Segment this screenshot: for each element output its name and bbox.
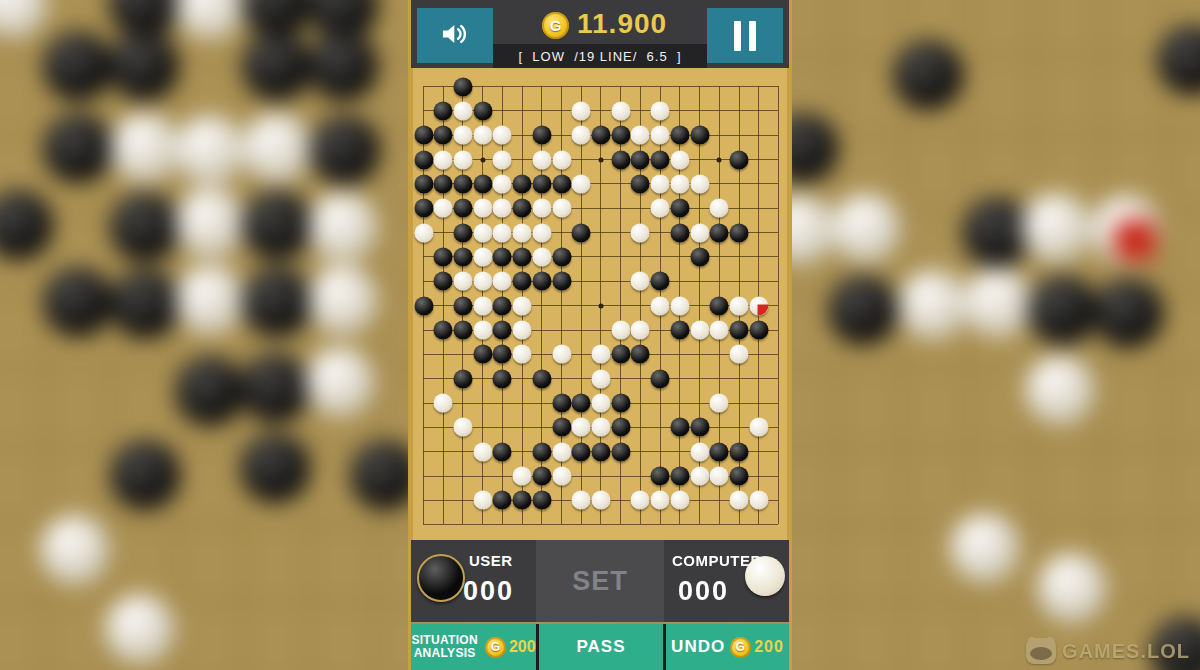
user-score-section: USER 000: [411, 540, 536, 622]
white-stone: [493, 126, 512, 145]
black-stone: [552, 272, 571, 291]
white-stone: [670, 150, 689, 169]
white-stone: [453, 272, 472, 291]
black-stone: [532, 491, 551, 510]
black-stone: [572, 442, 591, 461]
black-stone: [730, 442, 749, 461]
white-stone: [473, 272, 492, 291]
white-stone: [591, 369, 610, 388]
white-stone: [493, 223, 512, 242]
white-stone: [591, 394, 610, 413]
black-stone: [453, 247, 472, 266]
background-black-stone: [242, 31, 312, 101]
white-stone: [552, 150, 571, 169]
black-stone: [651, 467, 670, 486]
grid-line-horizontal: [423, 524, 778, 525]
background-black-stone: [110, 440, 180, 510]
white-stone: [552, 442, 571, 461]
white-stone: [532, 223, 551, 242]
black-stone: [493, 296, 512, 315]
black-stone: [611, 394, 630, 413]
white-stone: [670, 491, 689, 510]
black-stone: [473, 101, 492, 120]
computer-score-section: COMPUTER 000: [664, 540, 789, 622]
black-stone: [493, 345, 512, 364]
black-stone: [414, 126, 433, 145]
background-black-stone: [242, 190, 312, 260]
coin-amount: 11.900: [577, 8, 707, 40]
black-stone: [473, 345, 492, 364]
undo-label: UNDO: [671, 637, 725, 657]
speaker-icon: [438, 17, 472, 55]
set-label: SET: [572, 566, 628, 597]
black-stone: [453, 296, 472, 315]
black-stone: [710, 442, 729, 461]
white-stone: [473, 491, 492, 510]
background-white-stone: [40, 515, 110, 585]
coin-icon: G: [485, 637, 506, 658]
star-point: [598, 157, 603, 162]
black-stone: [670, 418, 689, 437]
star-point: [717, 157, 722, 162]
white-stone: [434, 394, 453, 413]
white-stone: [552, 467, 571, 486]
black-stone: [513, 272, 532, 291]
white-stone: [591, 345, 610, 364]
black-stone: [493, 247, 512, 266]
black-stone: [591, 442, 610, 461]
white-stone: [473, 442, 492, 461]
black-stone: [552, 418, 571, 437]
black-stone: [710, 223, 729, 242]
game-settings-line: [ LOW /19 LINE/ 6.5 ]: [493, 44, 707, 68]
white-stone: [710, 321, 729, 340]
black-stone: [434, 247, 453, 266]
black-stone: [453, 174, 472, 193]
screen: G 11.900 [ LOW /19 LINE/ 6.5 ] USER 000 …: [0, 0, 1200, 670]
background-black-stone: [1093, 278, 1163, 348]
background-black-stone: [110, 192, 180, 262]
background-red-marker: [1115, 220, 1155, 260]
black-stone: [631, 345, 650, 364]
white-stone: [631, 223, 650, 242]
white-stone: [690, 174, 709, 193]
games-lol-text: GAMES.LOL: [1062, 640, 1190, 663]
black-stone: [690, 418, 709, 437]
white-stone: [532, 247, 551, 266]
black-stone: [631, 174, 650, 193]
white-stone: [690, 321, 709, 340]
white-stone: [631, 321, 650, 340]
right-gold-strip: [789, 0, 792, 670]
white-stone: [651, 174, 670, 193]
background-black-stone: [1028, 275, 1098, 345]
black-stone: [434, 101, 453, 120]
white-stone: [434, 199, 453, 218]
black-stone: [611, 150, 630, 169]
background-black-stone: [308, 31, 378, 101]
white-stone: [730, 491, 749, 510]
white-stone: [453, 101, 472, 120]
white-stone: [670, 296, 689, 315]
white-stone: [591, 418, 610, 437]
background-white-stone: [242, 113, 312, 183]
background-white-stone: [1025, 355, 1095, 425]
white-stone: [493, 174, 512, 193]
black-stone: [730, 321, 749, 340]
background-black-stone: [893, 40, 963, 110]
black-stone: [532, 272, 551, 291]
background-white-stone: [963, 268, 1033, 338]
background-white-stone: [175, 188, 245, 258]
black-stone: [552, 247, 571, 266]
black-stone: [434, 321, 453, 340]
black-stone: [670, 199, 689, 218]
black-stone: [513, 491, 532, 510]
coin-icon: G: [542, 12, 569, 39]
black-stone: [532, 126, 551, 145]
background-black-stone: [43, 31, 113, 101]
background-white-stone: [950, 513, 1020, 583]
white-stone: [473, 199, 492, 218]
white-stone: [552, 199, 571, 218]
white-stone: [513, 321, 532, 340]
background-black-stone: [109, 31, 179, 101]
computer-score: 000: [678, 576, 729, 607]
white-stone: [651, 491, 670, 510]
white-stone: [651, 296, 670, 315]
background-white-stone: [110, 113, 180, 183]
black-stone: [493, 321, 512, 340]
white-stone: [453, 126, 472, 145]
white-stone: [730, 296, 749, 315]
white-stone: [591, 491, 610, 510]
black-stone: [591, 126, 610, 145]
white-stone: [513, 467, 532, 486]
star-point: [598, 303, 603, 308]
black-stone: [493, 369, 512, 388]
black-stone: [513, 199, 532, 218]
white-stone: [611, 101, 630, 120]
background-white-stone: [308, 192, 378, 262]
white-stone: [513, 296, 532, 315]
games-lol-watermark: GAMES.LOL: [1026, 638, 1190, 664]
background-white-stone: [1021, 193, 1091, 263]
white-stone: [493, 199, 512, 218]
white-stone: [453, 150, 472, 169]
black-stone: [552, 394, 571, 413]
white-stone: [611, 321, 630, 340]
background-black-stone: [828, 275, 898, 345]
black-stone: [670, 223, 689, 242]
white-stone: [710, 394, 729, 413]
black-stone: [532, 174, 551, 193]
white-stone: [572, 174, 591, 193]
undo-cost: 200: [754, 638, 784, 656]
white-stone: [572, 418, 591, 437]
situation-analysis-cost: 200: [509, 638, 536, 656]
white-stone: [651, 199, 670, 218]
pass-button[interactable]: PASS: [539, 624, 663, 670]
black-stone: [532, 442, 551, 461]
black-stone: [453, 77, 472, 96]
black-stone: [670, 467, 689, 486]
background-black-stone: [242, 267, 312, 337]
white-stone: [473, 247, 492, 266]
black-stone: [434, 174, 453, 193]
white-stone: [572, 101, 591, 120]
black-stone: [611, 442, 630, 461]
white-stone: [532, 199, 551, 218]
black-stone: [670, 321, 689, 340]
white-stone: [749, 491, 768, 510]
situation-analysis-button[interactable]: SITUATION ANALYSIS G 200: [411, 624, 536, 670]
white-stone: [572, 491, 591, 510]
black-stone: [710, 296, 729, 315]
sound-button[interactable]: [417, 8, 493, 63]
black-stone: [513, 174, 532, 193]
black-stone: [611, 345, 630, 364]
white-stone: [572, 126, 591, 145]
white-stone: [690, 223, 709, 242]
white-stone: [631, 491, 650, 510]
black-stone: [690, 126, 709, 145]
black-stone: [453, 369, 472, 388]
black-stone: [690, 247, 709, 266]
pause-icon: [734, 21, 756, 51]
white-stone: [710, 199, 729, 218]
black-stone: [513, 247, 532, 266]
white-stone: [473, 321, 492, 340]
background-white-stone: [308, 265, 378, 335]
black-stone: [434, 272, 453, 291]
user-label: USER: [469, 552, 513, 569]
coin-icon: G: [730, 637, 751, 658]
black-stone: [493, 442, 512, 461]
computer-white-stone-icon: [745, 556, 785, 596]
black-stone: [532, 369, 551, 388]
undo-button[interactable]: UNDO G 200: [666, 624, 789, 670]
black-stone: [611, 126, 630, 145]
white-stone: [749, 296, 768, 315]
black-stone: [434, 126, 453, 145]
black-stone: [572, 223, 591, 242]
white-stone: [493, 272, 512, 291]
background-white-stone: [305, 347, 375, 417]
background-black-stone: [110, 269, 180, 339]
white-stone: [749, 418, 768, 437]
user-black-stone-icon: [417, 554, 465, 602]
white-stone: [631, 126, 650, 145]
black-stone: [532, 467, 551, 486]
white-stone: [473, 223, 492, 242]
background-black-stone: [240, 433, 310, 503]
white-stone: [730, 345, 749, 364]
white-stone: [690, 467, 709, 486]
grid-line-vertical: [778, 86, 779, 524]
black-stone: [730, 223, 749, 242]
black-stone: [414, 296, 433, 315]
black-stone: [611, 418, 630, 437]
black-stone: [453, 199, 472, 218]
white-stone: [670, 174, 689, 193]
pause-button[interactable]: [707, 8, 783, 63]
white-stone: [513, 223, 532, 242]
white-stone: [513, 345, 532, 364]
black-stone: [670, 126, 689, 145]
black-stone: [414, 174, 433, 193]
background-black-stone: [240, 353, 310, 423]
background-white-stone: [898, 270, 968, 340]
last-move-marker: [758, 305, 768, 315]
white-stone: [552, 345, 571, 364]
background-black-stone: [175, 356, 245, 426]
black-stone: [651, 150, 670, 169]
black-stone: [730, 467, 749, 486]
black-stone: [414, 199, 433, 218]
situation-analysis-label: SITUATION ANALYSIS: [411, 634, 477, 661]
background-white-stone: [175, 115, 245, 185]
white-stone: [493, 150, 512, 169]
black-stone: [730, 150, 749, 169]
white-stone: [651, 101, 670, 120]
black-stone: [453, 321, 472, 340]
white-stone: [453, 418, 472, 437]
white-stone: [434, 150, 453, 169]
background-white-stone: [1037, 553, 1107, 623]
user-score: 000: [463, 576, 514, 607]
top-bar: G 11.900 [ LOW /19 LINE/ 6.5 ]: [411, 0, 789, 68]
black-stone: [749, 321, 768, 340]
black-stone: [552, 174, 571, 193]
white-stone: [710, 467, 729, 486]
black-stone: [651, 272, 670, 291]
black-stone: [631, 150, 650, 169]
background-black-stone: [43, 267, 113, 337]
white-stone: [631, 272, 650, 291]
white-stone: [414, 223, 433, 242]
white-stone: [532, 150, 551, 169]
black-stone: [493, 491, 512, 510]
background-white-stone: [175, 265, 245, 335]
coin-letter: G: [550, 17, 562, 34]
set-button[interactable]: SET: [536, 540, 664, 622]
score-panel: USER 000 SET COMPUTER 000: [411, 540, 789, 622]
white-stone: [651, 126, 670, 145]
background-white-stone: [105, 594, 175, 664]
star-point: [480, 157, 485, 162]
black-stone: [651, 369, 670, 388]
black-stone: [414, 150, 433, 169]
go-board[interactable]: [411, 63, 789, 540]
background-black-stone: [43, 113, 113, 183]
black-stone: [453, 223, 472, 242]
white-stone: [690, 442, 709, 461]
black-stone: [473, 174, 492, 193]
white-stone: [473, 126, 492, 145]
white-stone: [473, 296, 492, 315]
pass-label: PASS: [576, 637, 625, 657]
bottom-button-row: SITUATION ANALYSIS G 200 PASS UNDO G 200: [411, 624, 789, 670]
background-white-stone: [831, 193, 901, 263]
games-lol-mascot-icon: [1026, 638, 1056, 664]
background-black-stone: [310, 115, 380, 185]
black-stone: [572, 394, 591, 413]
